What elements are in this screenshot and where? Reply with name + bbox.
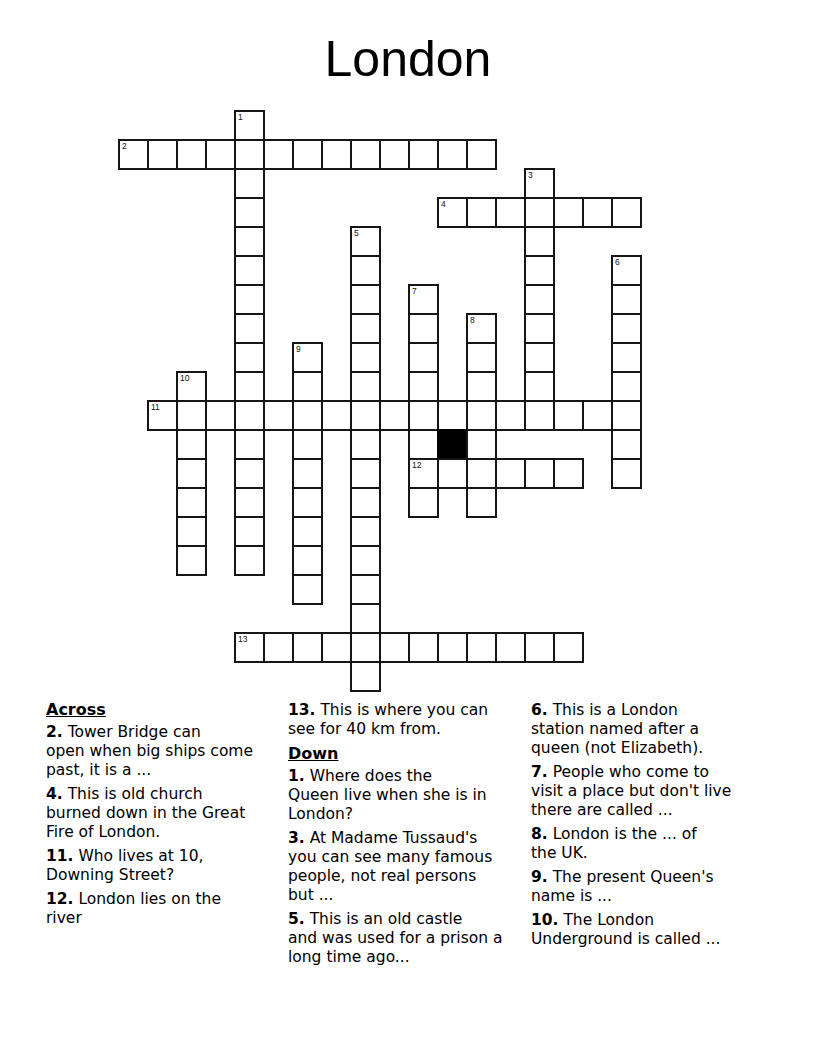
grid-cell[interactable] xyxy=(611,313,642,344)
clue-number-label: 11. xyxy=(46,847,73,865)
grid-cell[interactable] xyxy=(234,487,265,518)
grid-cell[interactable] xyxy=(350,400,381,431)
grid-cell[interactable] xyxy=(611,342,642,373)
grid-cell[interactable]: 4 xyxy=(437,197,468,228)
grid-cell[interactable] xyxy=(466,458,497,489)
grid-cell[interactable] xyxy=(553,400,584,431)
grid-cell[interactable] xyxy=(147,139,178,170)
grid-cell[interactable] xyxy=(234,139,265,170)
grid-cell[interactable] xyxy=(466,197,497,228)
grid-cell[interactable] xyxy=(234,168,265,199)
grid-cell[interactable] xyxy=(263,139,294,170)
clue-10-down: 10. The London Underground is called ... xyxy=(531,911,761,949)
grid-cell[interactable] xyxy=(524,632,555,663)
grid-cell[interactable] xyxy=(408,429,439,460)
grid-cell[interactable] xyxy=(466,429,497,460)
clue-13-across: 13. This is where you can see for 40 km … xyxy=(288,701,536,739)
grid-cell[interactable] xyxy=(611,197,642,228)
grid-cell[interactable]: 2 xyxy=(118,139,149,170)
clue-text: The London Underground is called ... xyxy=(531,911,720,948)
grid-cell[interactable] xyxy=(176,458,207,489)
grid-cell[interactable] xyxy=(524,313,555,344)
grid-cell[interactable] xyxy=(553,632,584,663)
grid-cell[interactable] xyxy=(176,545,207,576)
clue-text: People who come to visit a place but don… xyxy=(531,763,731,819)
grid-cell[interactable]: 5 xyxy=(350,226,381,257)
clue-text: Where does the Queen live when she is in… xyxy=(288,767,487,823)
grid-cell[interactable] xyxy=(495,458,526,489)
across-header: Across xyxy=(46,700,292,719)
clue-column-across: Across 2. Tower Bridge can open when big… xyxy=(46,700,292,933)
grid-cell[interactable] xyxy=(408,139,439,170)
grid-cell[interactable] xyxy=(350,632,381,663)
grid-cell[interactable] xyxy=(524,197,555,228)
down-header: Down xyxy=(288,744,536,763)
grid-cell[interactable] xyxy=(205,139,236,170)
clue-4-across: 4. This is old church burned down in the… xyxy=(46,785,292,842)
clue-number-label: 12. xyxy=(46,890,73,908)
clue-text: This is old church burned down in the Gr… xyxy=(46,785,245,841)
grid-cell[interactable] xyxy=(408,342,439,373)
cell-clue-number: 7 xyxy=(412,286,417,296)
clue-3-down: 3. At Madame Tussaud's you can see many … xyxy=(288,829,536,905)
grid-cell[interactable] xyxy=(553,458,584,489)
clue-number-label: 13. xyxy=(288,701,315,719)
grid-cell[interactable]: 7 xyxy=(408,284,439,315)
cell-clue-number: 5 xyxy=(354,228,359,238)
clue-text: London is the ... of the UK. xyxy=(531,825,697,862)
grid-cell[interactable] xyxy=(582,197,613,228)
page-title: London xyxy=(0,33,816,85)
cell-clue-number: 4 xyxy=(441,199,446,209)
grid-cell[interactable] xyxy=(234,342,265,373)
grid-cell[interactable]: 13 xyxy=(234,632,265,663)
grid-cell[interactable] xyxy=(524,371,555,402)
grid-cell[interactable] xyxy=(466,342,497,373)
grid-cell[interactable] xyxy=(611,429,642,460)
grid-cell[interactable] xyxy=(466,371,497,402)
grid-cell[interactable] xyxy=(524,226,555,257)
clue-text: At Madame Tussaud's you can see many fam… xyxy=(288,829,492,904)
cell-clue-number: 10 xyxy=(180,373,189,383)
clue-text: This is where you can see for 40 km from… xyxy=(288,701,488,738)
clue-number-label: 4. xyxy=(46,785,63,803)
grid-cell[interactable]: 8 xyxy=(466,313,497,344)
clue-text: This is an old castle and was used for a… xyxy=(288,910,502,966)
grid-cell[interactable] xyxy=(234,429,265,460)
grid-cell[interactable] xyxy=(350,342,381,373)
grid-cell[interactable]: 1 xyxy=(234,110,265,141)
grid-cell[interactable] xyxy=(176,487,207,518)
clue-number-label: 8. xyxy=(531,825,548,843)
clue-7-down: 7. People who come to visit a place but … xyxy=(531,763,761,820)
clue-number-label: 7. xyxy=(531,763,548,781)
grid-cell[interactable] xyxy=(292,516,323,547)
grid-cell[interactable] xyxy=(176,139,207,170)
grid-cell[interactable] xyxy=(350,603,381,634)
clue-text: Tower Bridge can open when big ships com… xyxy=(46,723,253,779)
clue-1-down: 1. Where does the Queen live when she is… xyxy=(288,767,536,824)
grid-cell[interactable] xyxy=(321,139,352,170)
grid-cell[interactable]: 10 xyxy=(176,371,207,402)
clue-column-middle: 13. This is where you can see for 40 km … xyxy=(288,701,536,972)
grid-cell[interactable] xyxy=(466,139,497,170)
grid-cell[interactable]: 3 xyxy=(524,168,555,199)
cell-clue-number: 13 xyxy=(238,634,247,644)
grid-cell[interactable] xyxy=(350,574,381,605)
clue-2-across: 2. Tower Bridge can open when big ships … xyxy=(46,723,292,780)
grid-cell[interactable] xyxy=(350,487,381,518)
grid-cell[interactable] xyxy=(350,255,381,286)
grid-cell[interactable] xyxy=(611,458,642,489)
grid-cell[interactable] xyxy=(408,487,439,518)
grid-cell[interactable] xyxy=(466,400,497,431)
clue-number-label: 6. xyxy=(531,701,548,719)
grid-cell[interactable] xyxy=(321,632,352,663)
grid-cell[interactable] xyxy=(350,429,381,460)
cell-clue-number: 9 xyxy=(296,344,301,354)
grid-cell[interactable] xyxy=(553,197,584,228)
clue-12-across: 12. London lies on the river xyxy=(46,890,292,928)
clue-9-down: 9. The present Queen's name is ... xyxy=(531,868,761,906)
grid-cell[interactable] xyxy=(437,139,468,170)
grid-cell[interactable] xyxy=(350,661,381,692)
grid-cell[interactable] xyxy=(495,197,526,228)
grid-cell[interactable] xyxy=(611,371,642,402)
grid-cell[interactable] xyxy=(466,632,497,663)
cell-clue-number: 11 xyxy=(151,402,160,412)
grid-cell[interactable] xyxy=(524,255,555,286)
grid-cell[interactable] xyxy=(524,400,555,431)
grid-cell[interactable] xyxy=(263,632,294,663)
grid-cell[interactable] xyxy=(350,313,381,344)
clue-8-down: 8. London is the ... of the UK. xyxy=(531,825,761,863)
cell-clue-number: 3 xyxy=(528,170,533,180)
grid-cell[interactable] xyxy=(292,139,323,170)
clue-column-right: 6. This is a London station named after … xyxy=(531,701,761,954)
grid-cell[interactable] xyxy=(379,400,410,431)
cell-clue-number: 6 xyxy=(615,257,620,267)
grid-cell[interactable] xyxy=(292,400,323,431)
grid-cell[interactable] xyxy=(437,632,468,663)
grid-cell[interactable] xyxy=(234,458,265,489)
grid-cell[interactable] xyxy=(234,545,265,576)
grid-cell[interactable] xyxy=(234,226,265,257)
grid-cell[interactable] xyxy=(350,545,381,576)
clue-5-down: 5. This is an old castle and was used fo… xyxy=(288,910,536,967)
grid-cell[interactable] xyxy=(321,400,352,431)
grid-cell[interactable] xyxy=(234,371,265,402)
grid-cell[interactable] xyxy=(176,516,207,547)
grid-cell[interactable] xyxy=(234,255,265,286)
grid-cell[interactable] xyxy=(292,429,323,460)
grid-cell[interactable] xyxy=(524,458,555,489)
clue-number-label: 9. xyxy=(531,868,548,886)
clue-number-label: 1. xyxy=(288,767,305,785)
grid-cell[interactable] xyxy=(292,545,323,576)
grid-cell[interactable] xyxy=(350,458,381,489)
cell-clue-number: 2 xyxy=(122,141,127,151)
grid-cell[interactable] xyxy=(234,400,265,431)
grid-cell[interactable] xyxy=(466,487,497,518)
grid-cell[interactable] xyxy=(292,632,323,663)
grid-cell[interactable]: 6 xyxy=(611,255,642,286)
grid-cell[interactable] xyxy=(292,487,323,518)
grid-cell[interactable] xyxy=(495,400,526,431)
grid-cell[interactable] xyxy=(408,632,439,663)
grid-cell[interactable] xyxy=(350,371,381,402)
clue-11-across: 11. Who lives at 10, Downing Street? xyxy=(46,847,292,885)
grid-cell[interactable] xyxy=(292,574,323,605)
clue-number-label: 2. xyxy=(46,723,63,741)
grid-cell[interactable] xyxy=(350,284,381,315)
cell-clue-number: 12 xyxy=(412,460,421,470)
grid-cell[interactable]: 12 xyxy=(408,458,439,489)
grid-cell[interactable] xyxy=(408,400,439,431)
grid-cell[interactable] xyxy=(379,632,410,663)
clue-number-label: 5. xyxy=(288,910,305,928)
grid-cell[interactable] xyxy=(292,371,323,402)
clue-text: The present Queen's name is ... xyxy=(531,868,713,905)
grid-cell[interactable] xyxy=(611,284,642,315)
cell-clue-number: 1 xyxy=(238,112,243,122)
grid-cell[interactable] xyxy=(524,342,555,373)
clue-number-label: 3. xyxy=(288,829,305,847)
grid-cell[interactable] xyxy=(408,371,439,402)
grid-cell[interactable] xyxy=(292,458,323,489)
grid-cell[interactable] xyxy=(437,458,468,489)
crossword-grid: 12345678910111213 xyxy=(118,110,642,692)
grid-cell[interactable] xyxy=(379,139,410,170)
grid-cell[interactable] xyxy=(350,139,381,170)
grid-cell[interactable] xyxy=(524,284,555,315)
grid-cell[interactable] xyxy=(582,400,613,431)
grid-cell[interactable] xyxy=(234,313,265,344)
grid-cell[interactable] xyxy=(408,313,439,344)
grid-cell[interactable]: 11 xyxy=(147,400,178,431)
grid-cell[interactable] xyxy=(176,429,207,460)
grid-cell[interactable] xyxy=(234,284,265,315)
clue-text: London lies on the river xyxy=(46,890,221,927)
grid-cell[interactable] xyxy=(495,632,526,663)
crossword-page: { "title": "London", "game": "crossword"… xyxy=(0,0,816,1056)
grid-cell[interactable] xyxy=(234,516,265,547)
black-cell xyxy=(437,429,468,460)
clue-6-down: 6. This is a London station named after … xyxy=(531,701,761,758)
grid-cell[interactable] xyxy=(234,197,265,228)
grid-cell[interactable] xyxy=(176,400,207,431)
grid-cell[interactable] xyxy=(205,400,236,431)
clue-number-label: 10. xyxy=(531,911,558,929)
grid-cell[interactable] xyxy=(437,400,468,431)
grid-cell[interactable] xyxy=(350,516,381,547)
grid-cell[interactable] xyxy=(263,400,294,431)
clue-text: This is a London station named after a q… xyxy=(531,701,703,757)
grid-cell[interactable]: 9 xyxy=(292,342,323,373)
cell-clue-number: 8 xyxy=(470,315,475,325)
grid-cell[interactable] xyxy=(611,400,642,431)
